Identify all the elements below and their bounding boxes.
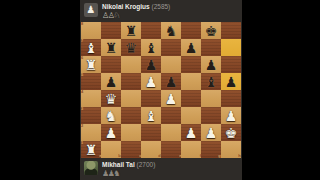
- rank-label-4: 4: [81, 90, 83, 94]
- square-a2[interactable]: 2: [81, 124, 101, 141]
- square-f2[interactable]: ♟: [181, 124, 201, 141]
- square-e2[interactable]: [161, 124, 181, 141]
- square-b1[interactable]: b: [101, 141, 121, 158]
- file-label-c: c: [139, 154, 141, 158]
- square-h4[interactable]: [221, 90, 241, 107]
- piece-white-r-a6[interactable]: ♜: [81, 56, 101, 73]
- square-h5[interactable]: ♟: [221, 73, 241, 90]
- chess-piece-avatar-icon: ♟: [87, 5, 96, 15]
- square-d6[interactable]: ♟: [141, 56, 161, 73]
- square-e3[interactable]: [161, 107, 181, 124]
- player-bar-bottom: Mikhail Tal (2700) ♟♟♞: [80, 158, 242, 180]
- square-a6[interactable]: 6♜: [81, 56, 101, 73]
- chess-app-panel: ♟ Nikolai Krogius (2585) ♙♙♘ 8♜♞♚7♝♜♛♝♟6…: [80, 0, 242, 180]
- square-c7[interactable]: ♛: [121, 39, 141, 56]
- square-d7[interactable]: ♝: [141, 39, 161, 56]
- file-label-b: b: [119, 154, 121, 158]
- square-a7[interactable]: 7♝: [81, 39, 101, 56]
- piece-black-p-d6[interactable]: ♟: [141, 56, 161, 73]
- square-f7[interactable]: ♟: [181, 39, 201, 56]
- file-label-h: h: [239, 154, 241, 158]
- file-label-e: e: [179, 154, 181, 158]
- square-b5[interactable]: ♟: [101, 73, 121, 90]
- square-f5[interactable]: [181, 73, 201, 90]
- piece-black-p-e5[interactable]: ♟: [161, 73, 181, 90]
- square-c1[interactable]: c: [121, 141, 141, 158]
- square-a3[interactable]: 3: [81, 107, 101, 124]
- player-info-top: Nikolai Krogius (2585) ♙♙♘: [102, 2, 170, 20]
- square-d8[interactable]: [141, 22, 161, 39]
- square-f8[interactable]: [181, 22, 201, 39]
- square-g4[interactable]: [201, 90, 221, 107]
- square-g7[interactable]: [201, 39, 221, 56]
- piece-white-n-b3[interactable]: ♞: [101, 107, 121, 124]
- player-rating-top: (2585): [152, 3, 171, 10]
- piece-white-p-h3[interactable]: ♟: [221, 107, 241, 124]
- piece-black-p-b5[interactable]: ♟: [101, 73, 121, 90]
- piece-black-r-c8[interactable]: ♜: [121, 22, 141, 39]
- square-c2[interactable]: [121, 124, 141, 141]
- piece-black-p-h5[interactable]: ♟: [221, 73, 241, 90]
- piece-white-b-d3[interactable]: ♝: [141, 107, 161, 124]
- piece-black-b-g5[interactable]: ♝: [201, 73, 221, 90]
- player-info-bottom: Mikhail Tal (2700) ♟♟♞: [102, 160, 155, 178]
- square-a8[interactable]: 8: [81, 22, 101, 39]
- chess-board: 8♜♞♚7♝♜♛♝♟6♜♟♟5♟♟♟♝♟4♛♟3♞♝♟2♟♟♟♚1a♜bcdef…: [81, 22, 241, 158]
- square-b8[interactable]: [101, 22, 121, 39]
- square-b2[interactable]: ♟: [101, 124, 121, 141]
- piece-black-q-c7[interactable]: ♛: [121, 39, 141, 56]
- square-f3[interactable]: [181, 107, 201, 124]
- video-frame: ♟ Nikolai Krogius (2585) ♙♙♘ 8♜♞♚7♝♜♛♝♟6…: [0, 0, 320, 180]
- square-e4[interactable]: ♟: [161, 90, 181, 107]
- square-h3[interactable]: ♟: [221, 107, 241, 124]
- square-c3[interactable]: [121, 107, 141, 124]
- piece-black-r-b7[interactable]: ♜: [101, 39, 121, 56]
- captured-pieces-top: ♙♙♘: [102, 11, 170, 20]
- rank-label-2: 2: [81, 124, 83, 128]
- file-label-g: g: [219, 154, 221, 158]
- avatar-top[interactable]: ♟: [84, 3, 98, 17]
- square-a1[interactable]: 1a♜: [81, 141, 101, 158]
- square-h1[interactable]: h: [221, 141, 241, 158]
- piece-black-k-g8[interactable]: ♚: [201, 22, 221, 39]
- piece-black-p-g6[interactable]: ♟: [201, 56, 221, 73]
- piece-white-b-a7[interactable]: ♝: [81, 39, 101, 56]
- piece-black-b-d7[interactable]: ♝: [141, 39, 161, 56]
- square-e7[interactable]: [161, 39, 181, 56]
- piece-white-p-g2[interactable]: ♟: [201, 124, 221, 141]
- square-a5[interactable]: 5: [81, 73, 101, 90]
- square-d4[interactable]: [141, 90, 161, 107]
- square-c6[interactable]: [121, 56, 141, 73]
- piece-black-n-e8[interactable]: ♞: [161, 22, 181, 39]
- square-f4[interactable]: [181, 90, 201, 107]
- player-name-bottom: Mikhail Tal (2700): [102, 160, 155, 169]
- square-c4[interactable]: [121, 90, 141, 107]
- square-g3[interactable]: [201, 107, 221, 124]
- piece-white-p-f2[interactable]: ♟: [181, 124, 201, 141]
- rank-label-3: 3: [81, 107, 83, 111]
- player-bar-top: ♟ Nikolai Krogius (2585) ♙♙♘: [80, 0, 242, 22]
- square-d3[interactable]: ♝: [141, 107, 161, 124]
- rank-label-5: 5: [81, 73, 83, 77]
- square-g8[interactable]: ♚: [201, 22, 221, 39]
- rank-label-8: 8: [81, 22, 83, 26]
- square-a4[interactable]: 4: [81, 90, 101, 107]
- square-d2[interactable]: [141, 124, 161, 141]
- player-name-top: Nikolai Krogius (2585): [102, 2, 170, 11]
- square-e6[interactable]: [161, 56, 181, 73]
- square-e8[interactable]: ♞: [161, 22, 181, 39]
- square-h7[interactable]: [221, 39, 241, 56]
- square-b7[interactable]: ♜: [101, 39, 121, 56]
- square-d5[interactable]: ♟: [141, 73, 161, 90]
- square-c8[interactable]: ♜: [121, 22, 141, 39]
- captured-pieces-bottom: ♟♟♞: [102, 169, 155, 178]
- piece-white-p-d5[interactable]: ♟: [141, 73, 161, 90]
- piece-white-r-a1[interactable]: ♜: [81, 141, 101, 158]
- square-c5[interactable]: [121, 73, 141, 90]
- piece-white-p-e4[interactable]: ♟: [161, 90, 181, 107]
- square-e1[interactable]: e: [161, 141, 181, 158]
- piece-white-p-b2[interactable]: ♟: [101, 124, 121, 141]
- square-f1[interactable]: f: [181, 141, 201, 158]
- square-g6[interactable]: ♟: [201, 56, 221, 73]
- square-h6[interactable]: [221, 56, 241, 73]
- square-f6[interactable]: [181, 56, 201, 73]
- square-h8[interactable]: [221, 22, 241, 39]
- square-g2[interactable]: ♟: [201, 124, 221, 141]
- square-b3[interactable]: ♞: [101, 107, 121, 124]
- player-rating-bottom: (2700): [137, 161, 156, 168]
- piece-white-q-b4[interactable]: ♛: [101, 90, 121, 107]
- player-name-text: Nikolai Krogius: [102, 3, 150, 10]
- square-e5[interactable]: ♟: [161, 73, 181, 90]
- square-d1[interactable]: d: [141, 141, 161, 158]
- square-b4[interactable]: ♛: [101, 90, 121, 107]
- square-g1[interactable]: g: [201, 141, 221, 158]
- square-h2[interactable]: ♚: [221, 124, 241, 141]
- square-g5[interactable]: ♝: [201, 73, 221, 90]
- piece-black-p-f7[interactable]: ♟: [181, 39, 201, 56]
- file-label-f: f: [200, 154, 201, 158]
- file-label-d: d: [159, 154, 161, 158]
- square-b6[interactable]: [101, 56, 121, 73]
- player-name-text: Mikhail Tal: [102, 161, 135, 168]
- piece-white-k-h2[interactable]: ♚: [221, 124, 241, 141]
- avatar-bottom-photo[interactable]: [84, 161, 98, 175]
